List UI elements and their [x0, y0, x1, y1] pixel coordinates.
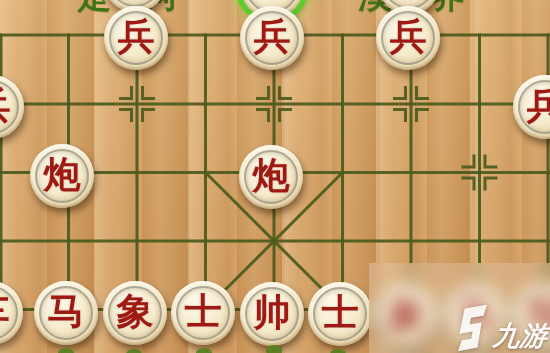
piece-character: 马 — [48, 293, 85, 330]
piece-character: 兵 — [0, 87, 11, 124]
piece-red-soldier-c5[interactable]: 兵 — [104, 6, 168, 70]
piece-character: 士 — [185, 293, 222, 330]
leaf-icon — [266, 345, 282, 353]
piece-red-soldier-e5[interactable]: 兵 — [240, 6, 304, 70]
piece-character: 兵 — [527, 87, 550, 124]
leaf-icon — [330, 349, 346, 353]
piece-red-soldier-g5[interactable]: 兵 — [376, 6, 440, 70]
piece-red-elephant-c1[interactable]: 象 — [103, 281, 167, 345]
piece-character: 士 — [322, 294, 359, 331]
leaf-icon — [196, 348, 212, 353]
piece-character: 炮 — [253, 157, 290, 194]
watermark-text: 九游 — [491, 321, 548, 351]
leaf-icon — [126, 349, 142, 353]
piece-character: 兵 — [390, 18, 427, 55]
9game-logo-icon — [454, 305, 490, 351]
piece-character: 象 — [117, 293, 154, 330]
piece-character: 兵 — [118, 18, 155, 55]
piece-red-cannon-b3[interactable]: 炮 — [30, 144, 94, 208]
piece-red-horse-b1[interactable]: 马 — [34, 281, 98, 345]
piece-red-cannon-e3[interactable]: 炮 — [239, 145, 303, 209]
piece-red-general-e1[interactable]: 帅 — [240, 282, 304, 346]
piece-character: 车 — [0, 293, 10, 330]
piece-character: 兵 — [254, 18, 291, 55]
xiangqi-board-screenshot: 楚河漢界 兵兵兵兵兵炮炮车马象士帅士象马车 九游 — [0, 0, 550, 353]
piece-red-advisor-d1[interactable]: 士 — [171, 281, 235, 345]
river-character: 楚 — [74, 0, 114, 13]
watermark-blur-overlay: 九游 — [369, 263, 550, 353]
leaf-icon — [58, 348, 74, 353]
piece-character: 帅 — [254, 294, 291, 331]
piece-red-advisor-f1[interactable]: 士 — [308, 282, 372, 346]
watermark: 九游 — [454, 303, 547, 351]
piece-character: 炮 — [44, 156, 81, 193]
